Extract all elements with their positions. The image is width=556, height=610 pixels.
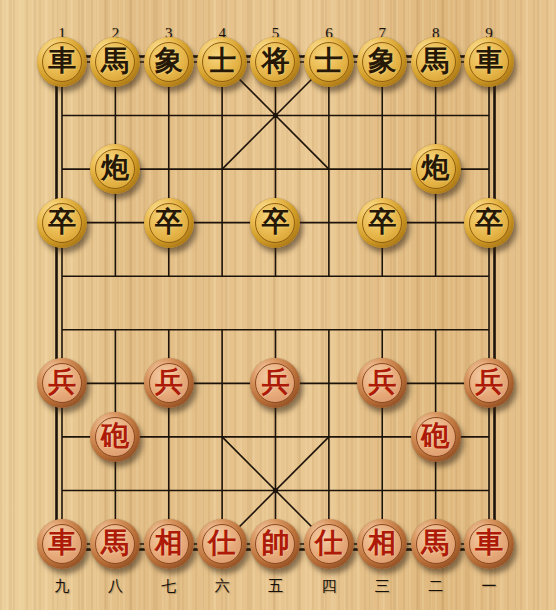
intersection-r1c9[interactable]: 車 [462,35,515,89]
intersection-r5c8[interactable] [409,249,462,303]
intersection-r1c8[interactable]: 馬 [409,35,462,89]
intersection-r3c2[interactable]: 炮 [89,142,142,196]
piece-red-general[interactable]: 帥 [250,519,300,569]
piece-face: 兵 [42,363,82,403]
piece-face: 兵 [362,363,402,403]
intersection-r8c7[interactable] [356,410,409,464]
piece-glyph: 士 [208,47,236,75]
intersection-r10c6[interactable]: 仕 [302,517,355,571]
intersection-r1c2[interactable]: 馬 [89,35,142,89]
intersection-r3c8[interactable]: 炮 [409,142,462,196]
intersection-r4c7[interactable]: 卒 [356,196,409,250]
intersection-r2c5[interactable] [249,89,302,143]
intersection-r8c5[interactable] [249,410,302,464]
intersection-r9c9[interactable] [462,464,515,518]
piece-glyph: 卒 [155,208,183,236]
intersection-r8c1[interactable] [35,410,88,464]
intersection-r2c9[interactable] [462,89,515,143]
intersection-r7c4[interactable] [195,356,248,410]
piece-glyph: 兵 [368,368,396,396]
intersection-r7c2[interactable] [89,356,142,410]
piece-glyph: 炮 [101,154,129,182]
piece-glyph: 仕 [315,529,343,557]
piece-glyph: 馬 [422,47,450,75]
piece-face: 相 [149,524,189,564]
piece-black-advisor[interactable]: 士 [197,37,247,87]
piece-red-cannon[interactable]: 砲 [411,412,461,462]
intersection-r10c2[interactable]: 馬 [89,517,142,571]
intersection-r5c4[interactable] [195,249,248,303]
intersection-r6c7[interactable] [356,303,409,357]
intersection-r2c1[interactable] [35,89,88,143]
piece-face: 兵 [149,363,189,403]
piece-black-general[interactable]: 将 [250,37,300,87]
piece-black-cannon[interactable]: 炮 [411,144,461,194]
piece-face: 炮 [416,149,456,189]
piece-face: 砲 [95,417,135,457]
intersection-r6c2[interactable] [89,303,142,357]
piece-black-horse[interactable]: 馬 [90,37,140,87]
piece-red-cannon[interactable]: 砲 [90,412,140,462]
intersection-r7c8[interactable] [409,356,462,410]
piece-face: 車 [42,524,82,564]
intersection-r7c1[interactable]: 兵 [35,356,88,410]
piece-black-soldier[interactable]: 卒 [37,198,87,248]
intersection-r4c1[interactable]: 卒 [35,196,88,250]
intersection-r4c8[interactable] [409,196,462,250]
piece-glyph: 兵 [475,368,503,396]
piece-glyph: 相 [368,529,396,557]
intersection-r1c1[interactable]: 車 [35,35,88,89]
piece-face: 卒 [362,203,402,243]
intersection-r1c7[interactable]: 象 [356,35,409,89]
file-label-bottom-4: 六 [208,577,236,595]
piece-glyph: 象 [368,47,396,75]
xiangqi-board: 123456789 車馬象士将士象馬車炮炮卒卒卒卒卒兵兵兵兵兵砲砲車馬相仕帥仕相… [0,0,556,610]
piece-face: 馬 [416,42,456,82]
intersection-r8c4[interactable] [195,410,248,464]
piece-black-horse[interactable]: 馬 [411,37,461,87]
piece-black-soldier[interactable]: 卒 [250,198,300,248]
intersection-r1c4[interactable]: 士 [195,35,248,89]
intersection-r5c5[interactable] [249,249,302,303]
intersection-r5c6[interactable] [302,249,355,303]
intersection-r10c7[interactable]: 相 [356,517,409,571]
intersection-r8c3[interactable] [142,410,195,464]
intersection-r2c4[interactable] [195,89,248,143]
piece-face: 馬 [95,524,135,564]
piece-glyph: 卒 [48,208,76,236]
intersection-r6c1[interactable] [35,303,88,357]
piece-glyph: 炮 [422,154,450,182]
piece-red-soldier[interactable]: 兵 [357,358,407,408]
intersection-r3c7[interactable] [356,142,409,196]
piece-face: 象 [362,42,402,82]
intersection-r5c1[interactable] [35,249,88,303]
intersection-r1c6[interactable]: 士 [302,35,355,89]
piece-face: 帥 [255,524,295,564]
piece-red-soldier[interactable]: 兵 [37,358,87,408]
intersection-r2c6[interactable] [302,89,355,143]
intersection-r9c8[interactable] [409,464,462,518]
intersection-r4c4[interactable] [195,196,248,250]
piece-red-chariot[interactable]: 車 [464,519,514,569]
intersection-r7c5[interactable]: 兵 [249,356,302,410]
intersection-r9c2[interactable] [89,464,142,518]
piece-black-soldier[interactable]: 卒 [357,198,407,248]
intersection-r5c7[interactable] [356,249,409,303]
piece-black-soldier[interactable]: 卒 [464,198,514,248]
intersection-r9c3[interactable] [142,464,195,518]
board-intersections: 車馬象士将士象馬車炮炮卒卒卒卒卒兵兵兵兵兵砲砲車馬相仕帥仕相馬車 [35,35,515,571]
intersection-r1c5[interactable]: 将 [249,35,302,89]
piece-face: 相 [362,524,402,564]
piece-face: 炮 [95,149,135,189]
piece-glyph: 車 [48,47,76,75]
piece-face: 兵 [469,363,509,403]
piece-glyph: 卒 [261,208,289,236]
piece-face: 卒 [149,203,189,243]
piece-glyph: 仕 [208,529,236,557]
file-label-bottom-9: 一 [475,577,503,595]
intersection-r5c9[interactable] [462,249,515,303]
intersection-r10c5[interactable]: 帥 [249,517,302,571]
piece-glyph: 兵 [261,368,289,396]
intersection-r6c3[interactable] [142,303,195,357]
file-label-bottom-8: 二 [422,577,450,595]
intersection-r7c7[interactable]: 兵 [356,356,409,410]
piece-glyph: 卒 [475,208,503,236]
piece-glyph: 卒 [368,208,396,236]
piece-black-cannon[interactable]: 炮 [90,144,140,194]
intersection-r6c5[interactable] [249,303,302,357]
piece-red-advisor[interactable]: 仕 [197,519,247,569]
intersection-r5c3[interactable] [142,249,195,303]
piece-face: 馬 [416,524,456,564]
piece-black-elephant[interactable]: 象 [357,37,407,87]
intersection-r2c7[interactable] [356,89,409,143]
piece-face: 将 [255,42,295,82]
intersection-r4c9[interactable]: 卒 [462,196,515,250]
intersection-r3c5[interactable] [249,142,302,196]
intersection-r6c6[interactable] [302,303,355,357]
piece-red-horse[interactable]: 馬 [90,519,140,569]
piece-glyph: 馬 [101,529,129,557]
file-label-bottom-6: 四 [315,577,343,595]
file-label-bottom-1: 九 [48,577,76,595]
intersection-r5c2[interactable] [89,249,142,303]
piece-glyph: 車 [48,529,76,557]
intersection-r8c2[interactable]: 砲 [89,410,142,464]
piece-glyph: 兵 [48,368,76,396]
piece-glyph: 象 [155,47,183,75]
intersection-r8c9[interactable] [462,410,515,464]
intersection-r7c3[interactable]: 兵 [142,356,195,410]
piece-red-elephant[interactable]: 相 [144,519,194,569]
piece-face: 卒 [469,203,509,243]
intersection-r3c6[interactable] [302,142,355,196]
piece-face: 士 [202,42,242,82]
piece-black-chariot[interactable]: 車 [37,37,87,87]
piece-glyph: 帥 [261,529,289,557]
intersection-r3c3[interactable] [142,142,195,196]
piece-face: 車 [469,524,509,564]
piece-face: 卒 [42,203,82,243]
piece-face: 砲 [416,417,456,457]
piece-face: 仕 [202,524,242,564]
file-label-bottom-2: 八 [101,577,129,595]
intersection-r10c9[interactable]: 車 [462,517,515,571]
intersection-r10c3[interactable]: 相 [142,517,195,571]
intersection-r4c2[interactable] [89,196,142,250]
piece-glyph: 馬 [101,47,129,75]
intersection-r10c8[interactable]: 馬 [409,517,462,571]
piece-glyph: 将 [261,47,289,75]
intersection-r4c6[interactable] [302,196,355,250]
intersection-r9c5[interactable] [249,464,302,518]
piece-red-soldier[interactable]: 兵 [464,358,514,408]
piece-glyph: 馬 [422,529,450,557]
piece-face: 兵 [255,363,295,403]
intersection-r6c9[interactable] [462,303,515,357]
file-label-bottom-7: 三 [368,577,396,595]
intersection-r4c3[interactable]: 卒 [142,196,195,250]
intersection-r10c1[interactable]: 車 [35,517,88,571]
piece-face: 馬 [95,42,135,82]
intersection-r8c8[interactable]: 砲 [409,410,462,464]
piece-face: 仕 [309,524,349,564]
intersection-r2c2[interactable] [89,89,142,143]
intersection-r1c3[interactable]: 象 [142,35,195,89]
piece-red-advisor[interactable]: 仕 [304,519,354,569]
intersection-r3c9[interactable] [462,142,515,196]
intersection-r9c7[interactable] [356,464,409,518]
intersection-r2c8[interactable] [409,89,462,143]
file-label-bottom-3: 七 [155,577,183,595]
intersection-r7c6[interactable] [302,356,355,410]
intersection-r10c4[interactable]: 仕 [195,517,248,571]
piece-face: 車 [42,42,82,82]
intersection-r6c8[interactable] [409,303,462,357]
intersection-r3c4[interactable] [195,142,248,196]
piece-face: 卒 [255,203,295,243]
intersection-r2c3[interactable] [142,89,195,143]
piece-face: 車 [469,42,509,82]
intersection-r7c9[interactable]: 兵 [462,356,515,410]
piece-glyph: 砲 [422,422,450,450]
piece-face: 士 [309,42,349,82]
piece-red-chariot[interactable]: 車 [37,519,87,569]
intersection-r8c6[interactable] [302,410,355,464]
piece-black-elephant[interactable]: 象 [144,37,194,87]
piece-glyph: 士 [315,47,343,75]
piece-red-soldier[interactable]: 兵 [144,358,194,408]
intersection-r3c1[interactable] [35,142,88,196]
intersection-r4c5[interactable]: 卒 [249,196,302,250]
piece-black-soldier[interactable]: 卒 [144,198,194,248]
intersection-r9c1[interactable] [35,464,88,518]
piece-black-chariot[interactable]: 車 [464,37,514,87]
piece-glyph: 砲 [101,422,129,450]
piece-red-soldier[interactable]: 兵 [250,358,300,408]
piece-face: 象 [149,42,189,82]
piece-red-horse[interactable]: 馬 [411,519,461,569]
piece-glyph: 車 [475,47,503,75]
piece-glyph: 相 [155,529,183,557]
piece-black-advisor[interactable]: 士 [304,37,354,87]
piece-glyph: 車 [475,529,503,557]
intersection-r9c6[interactable] [302,464,355,518]
piece-glyph: 兵 [155,368,183,396]
piece-red-elephant[interactable]: 相 [357,519,407,569]
intersection-r9c4[interactable] [195,464,248,518]
intersection-r6c4[interactable] [195,303,248,357]
file-label-bottom-5: 五 [262,577,290,595]
